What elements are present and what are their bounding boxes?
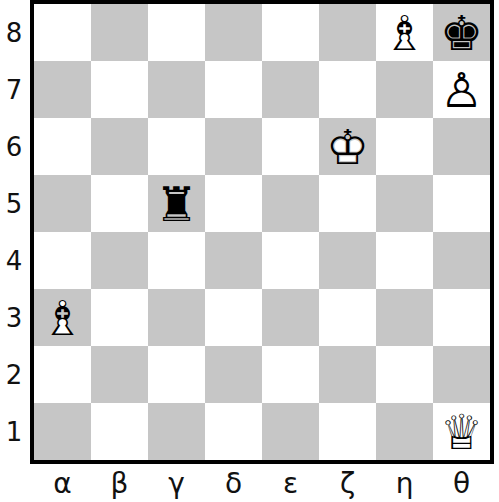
square-δ4[interactable] bbox=[205, 232, 262, 289]
square-ε3[interactable] bbox=[262, 289, 319, 346]
square-β3[interactable] bbox=[91, 289, 148, 346]
square-β2[interactable] bbox=[91, 346, 148, 403]
rank-label-4: 4 bbox=[0, 232, 28, 289]
rank-label-7: 7 bbox=[0, 61, 28, 118]
square-α3[interactable]: ♝♗ bbox=[34, 289, 91, 346]
chess-board: ♝♗♚♟♙♚♔♜♝♗♛♕ bbox=[30, 0, 494, 464]
square-ζ6[interactable]: ♚♔ bbox=[319, 118, 376, 175]
white-king[interactable]: ♚♔ bbox=[319, 118, 376, 175]
square-ζ1[interactable] bbox=[319, 403, 376, 460]
square-η3[interactable] bbox=[376, 289, 433, 346]
black-rook[interactable]: ♜ bbox=[148, 175, 205, 232]
file-label-α: α bbox=[34, 466, 91, 500]
square-θ5[interactable] bbox=[433, 175, 490, 232]
square-η2[interactable] bbox=[376, 346, 433, 403]
square-η5[interactable] bbox=[376, 175, 433, 232]
square-ε1[interactable] bbox=[262, 403, 319, 460]
square-ζ7[interactable] bbox=[319, 61, 376, 118]
square-η4[interactable] bbox=[376, 232, 433, 289]
square-ζ8[interactable] bbox=[319, 4, 376, 61]
square-δ3[interactable] bbox=[205, 289, 262, 346]
square-θ7[interactable]: ♟♙ bbox=[433, 61, 490, 118]
square-α4[interactable] bbox=[34, 232, 91, 289]
file-label-η: η bbox=[376, 466, 433, 500]
square-θ3[interactable] bbox=[433, 289, 490, 346]
square-ε8[interactable] bbox=[262, 4, 319, 61]
square-ζ4[interactable] bbox=[319, 232, 376, 289]
black-king-glyph: ♚ bbox=[433, 4, 490, 61]
square-γ6[interactable] bbox=[148, 118, 205, 175]
square-δ7[interactable] bbox=[205, 61, 262, 118]
square-ζ2[interactable] bbox=[319, 346, 376, 403]
square-η1[interactable] bbox=[376, 403, 433, 460]
file-label-ε: ε bbox=[262, 466, 319, 500]
square-γ4[interactable] bbox=[148, 232, 205, 289]
rank-label-8: 8 bbox=[0, 4, 28, 61]
square-β1[interactable] bbox=[91, 403, 148, 460]
rank-labels: 87654321 bbox=[0, 4, 28, 460]
file-label-γ: γ bbox=[148, 466, 205, 500]
white-bishop-outline: ♗ bbox=[376, 4, 433, 61]
white-bishop-outline: ♗ bbox=[34, 289, 91, 346]
square-β5[interactable] bbox=[91, 175, 148, 232]
white-queen-outline: ♕ bbox=[433, 403, 490, 460]
square-α7[interactable] bbox=[34, 61, 91, 118]
white-bishop[interactable]: ♝♗ bbox=[34, 289, 91, 346]
square-β4[interactable] bbox=[91, 232, 148, 289]
square-α2[interactable] bbox=[34, 346, 91, 403]
rank-label-3: 3 bbox=[0, 289, 28, 346]
black-king[interactable]: ♚ bbox=[433, 4, 490, 61]
square-η8[interactable]: ♝♗ bbox=[376, 4, 433, 61]
square-θ4[interactable] bbox=[433, 232, 490, 289]
square-β6[interactable] bbox=[91, 118, 148, 175]
square-α1[interactable] bbox=[34, 403, 91, 460]
file-label-β: β bbox=[91, 466, 148, 500]
white-queen[interactable]: ♛♕ bbox=[433, 403, 490, 460]
square-γ2[interactable] bbox=[148, 346, 205, 403]
square-γ5[interactable]: ♜ bbox=[148, 175, 205, 232]
file-label-ζ: ζ bbox=[319, 466, 376, 500]
square-η7[interactable] bbox=[376, 61, 433, 118]
square-ε5[interactable] bbox=[262, 175, 319, 232]
square-β7[interactable] bbox=[91, 61, 148, 118]
white-pawn[interactable]: ♟♙ bbox=[433, 61, 490, 118]
white-pawn-outline: ♙ bbox=[433, 61, 490, 118]
square-γ7[interactable] bbox=[148, 61, 205, 118]
rank-label-2: 2 bbox=[0, 346, 28, 403]
square-ε7[interactable] bbox=[262, 61, 319, 118]
square-γ8[interactable] bbox=[148, 4, 205, 61]
square-θ6[interactable] bbox=[433, 118, 490, 175]
black-rook-glyph: ♜ bbox=[148, 175, 205, 232]
rank-label-6: 6 bbox=[0, 118, 28, 175]
square-θ2[interactable] bbox=[433, 346, 490, 403]
square-α5[interactable] bbox=[34, 175, 91, 232]
square-γ3[interactable] bbox=[148, 289, 205, 346]
rank-label-1: 1 bbox=[0, 403, 28, 460]
square-θ8[interactable]: ♚ bbox=[433, 4, 490, 61]
square-α6[interactable] bbox=[34, 118, 91, 175]
square-α8[interactable] bbox=[34, 4, 91, 61]
file-label-θ: θ bbox=[433, 466, 490, 500]
square-β8[interactable] bbox=[91, 4, 148, 61]
file-labels: αβγδεζηθ bbox=[34, 466, 490, 500]
square-δ5[interactable] bbox=[205, 175, 262, 232]
white-king-outline: ♔ bbox=[319, 118, 376, 175]
white-bishop[interactable]: ♝♗ bbox=[376, 4, 433, 61]
square-ζ5[interactable] bbox=[319, 175, 376, 232]
rank-label-5: 5 bbox=[0, 175, 28, 232]
square-θ1[interactable]: ♛♕ bbox=[433, 403, 490, 460]
square-ε2[interactable] bbox=[262, 346, 319, 403]
file-label-δ: δ bbox=[205, 466, 262, 500]
square-ζ3[interactable] bbox=[319, 289, 376, 346]
square-δ1[interactable] bbox=[205, 403, 262, 460]
square-ε4[interactable] bbox=[262, 232, 319, 289]
square-δ8[interactable] bbox=[205, 4, 262, 61]
square-ε6[interactable] bbox=[262, 118, 319, 175]
square-η6[interactable] bbox=[376, 118, 433, 175]
chess-diagram: 87654321 ♝♗♚♟♙♚♔♜♝♗♛♕ αβγδεζηθ bbox=[0, 0, 499, 502]
square-δ6[interactable] bbox=[205, 118, 262, 175]
square-δ2[interactable] bbox=[205, 346, 262, 403]
square-γ1[interactable] bbox=[148, 403, 205, 460]
